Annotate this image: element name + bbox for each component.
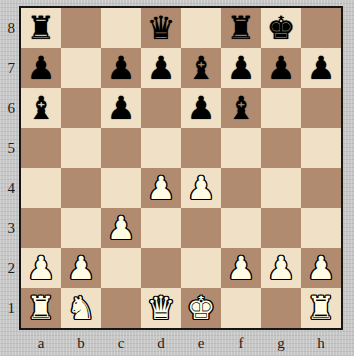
- square-f3[interactable]: [221, 208, 261, 248]
- square-f2[interactable]: ♟: [221, 248, 261, 288]
- square-c6[interactable]: ♟: [101, 88, 141, 128]
- square-b4[interactable]: [61, 168, 101, 208]
- square-a5[interactable]: [21, 128, 61, 168]
- file-label-a: a: [21, 332, 61, 354]
- square-c4[interactable]: [101, 168, 141, 208]
- rank-label-8: 8: [0, 8, 19, 48]
- black-pawn[interactable]: ♟: [227, 48, 256, 88]
- file-label-g: g: [261, 332, 301, 354]
- square-g6[interactable]: [261, 88, 301, 128]
- square-b5[interactable]: [61, 128, 101, 168]
- square-f5[interactable]: [221, 128, 261, 168]
- rank-label-7: 7: [0, 48, 19, 88]
- rank-label-3: 3: [0, 208, 19, 248]
- square-e6[interactable]: ♟: [181, 88, 221, 128]
- square-d2[interactable]: [141, 248, 181, 288]
- square-d3[interactable]: [141, 208, 181, 248]
- file-label-b: b: [61, 332, 101, 354]
- square-e8[interactable]: [181, 8, 221, 48]
- square-c2[interactable]: [101, 248, 141, 288]
- square-h7[interactable]: ♟: [301, 48, 341, 88]
- white-pawn[interactable]: ♟: [67, 248, 96, 288]
- square-d1[interactable]: ♛: [141, 288, 181, 328]
- file-label-h: h: [301, 332, 341, 354]
- square-h2[interactable]: ♟: [301, 248, 341, 288]
- black-bishop[interactable]: ♝: [227, 88, 256, 128]
- chess-board: ♜♛♜♚♟♟♟♝♟♟♟♝♟♟♝♟♟♟♟♟♟♟♟♜♞♛♚♜: [21, 8, 341, 328]
- black-rook[interactable]: ♜: [227, 8, 256, 48]
- black-pawn[interactable]: ♟: [307, 48, 336, 88]
- white-pawn[interactable]: ♟: [267, 248, 296, 288]
- square-b3[interactable]: [61, 208, 101, 248]
- black-pawn[interactable]: ♟: [27, 48, 56, 88]
- square-h6[interactable]: [301, 88, 341, 128]
- square-a4[interactable]: [21, 168, 61, 208]
- square-a8[interactable]: ♜: [21, 8, 61, 48]
- square-e4[interactable]: ♟: [181, 168, 221, 208]
- square-h5[interactable]: [301, 128, 341, 168]
- black-pawn[interactable]: ♟: [267, 48, 296, 88]
- square-g5[interactable]: [261, 128, 301, 168]
- square-g3[interactable]: [261, 208, 301, 248]
- white-pawn[interactable]: ♟: [107, 208, 136, 248]
- black-queen[interactable]: ♛: [147, 8, 176, 48]
- square-g1[interactable]: [261, 288, 301, 328]
- file-label-e: e: [181, 332, 221, 354]
- square-f6[interactable]: ♝: [221, 88, 261, 128]
- square-c7[interactable]: ♟: [101, 48, 141, 88]
- black-bishop[interactable]: ♝: [187, 48, 216, 88]
- black-pawn[interactable]: ♟: [187, 88, 216, 128]
- square-g7[interactable]: ♟: [261, 48, 301, 88]
- file-label-c: c: [101, 332, 141, 354]
- file-labels: abcdefgh: [21, 332, 341, 354]
- rank-label-2: 2: [0, 248, 19, 288]
- square-g2[interactable]: ♟: [261, 248, 301, 288]
- rank-labels: 87654321: [0, 8, 19, 328]
- square-e7[interactable]: ♝: [181, 48, 221, 88]
- square-a1[interactable]: ♜: [21, 288, 61, 328]
- square-b2[interactable]: ♟: [61, 248, 101, 288]
- rank-label-1: 1: [0, 288, 19, 328]
- square-c1[interactable]: [101, 288, 141, 328]
- square-b6[interactable]: [61, 88, 101, 128]
- chess-diagram: 87654321 ♜♛♜♚♟♟♟♝♟♟♟♝♟♟♝♟♟♟♟♟♟♟♟♜♞♛♚♜ ab…: [0, 0, 354, 356]
- square-h3[interactable]: [301, 208, 341, 248]
- square-d7[interactable]: ♟: [141, 48, 181, 88]
- white-queen[interactable]: ♛: [147, 288, 176, 328]
- square-b1[interactable]: ♞: [61, 288, 101, 328]
- square-a2[interactable]: ♟: [21, 248, 61, 288]
- square-a3[interactable]: [21, 208, 61, 248]
- square-c8[interactable]: [101, 8, 141, 48]
- square-e5[interactable]: [181, 128, 221, 168]
- square-h8[interactable]: [301, 8, 341, 48]
- white-pawn[interactable]: ♟: [187, 168, 216, 208]
- square-e2[interactable]: [181, 248, 221, 288]
- square-d6[interactable]: [141, 88, 181, 128]
- white-rook[interactable]: ♜: [27, 288, 56, 328]
- white-king[interactable]: ♚: [187, 288, 216, 328]
- square-c5[interactable]: [101, 128, 141, 168]
- white-pawn[interactable]: ♟: [147, 168, 176, 208]
- rank-label-5: 5: [0, 128, 19, 168]
- square-a6[interactable]: ♝: [21, 88, 61, 128]
- square-d8[interactable]: ♛: [141, 8, 181, 48]
- black-bishop[interactable]: ♝: [27, 88, 56, 128]
- black-pawn[interactable]: ♟: [107, 48, 136, 88]
- black-king[interactable]: ♚: [267, 8, 296, 48]
- black-pawn[interactable]: ♟: [107, 88, 136, 128]
- white-pawn[interactable]: ♟: [227, 248, 256, 288]
- square-h1[interactable]: ♜: [301, 288, 341, 328]
- file-label-d: d: [141, 332, 181, 354]
- square-c3[interactable]: ♟: [101, 208, 141, 248]
- square-d4[interactable]: ♟: [141, 168, 181, 208]
- square-h4[interactable]: [301, 168, 341, 208]
- black-rook[interactable]: ♜: [27, 8, 56, 48]
- white-knight[interactable]: ♞: [67, 288, 96, 328]
- black-pawn[interactable]: ♟: [147, 48, 176, 88]
- square-f8[interactable]: ♜: [221, 8, 261, 48]
- square-b8[interactable]: [61, 8, 101, 48]
- square-f4[interactable]: [221, 168, 261, 208]
- square-a7[interactable]: ♟: [21, 48, 61, 88]
- rank-label-6: 6: [0, 88, 19, 128]
- board-frame: ♜♛♜♚♟♟♟♝♟♟♟♝♟♟♝♟♟♟♟♟♟♟♟♜♞♛♚♜: [19, 6, 343, 330]
- file-label-f: f: [221, 332, 261, 354]
- square-f1[interactable]: [221, 288, 261, 328]
- square-e1[interactable]: ♚: [181, 288, 221, 328]
- square-e3[interactable]: [181, 208, 221, 248]
- white-pawn[interactable]: ♟: [27, 248, 56, 288]
- square-b7[interactable]: [61, 48, 101, 88]
- square-f7[interactable]: ♟: [221, 48, 261, 88]
- square-d5[interactable]: [141, 128, 181, 168]
- square-g8[interactable]: ♚: [261, 8, 301, 48]
- white-pawn[interactable]: ♟: [307, 248, 336, 288]
- white-rook[interactable]: ♜: [307, 288, 336, 328]
- rank-label-4: 4: [0, 168, 19, 208]
- square-g4[interactable]: [261, 168, 301, 208]
